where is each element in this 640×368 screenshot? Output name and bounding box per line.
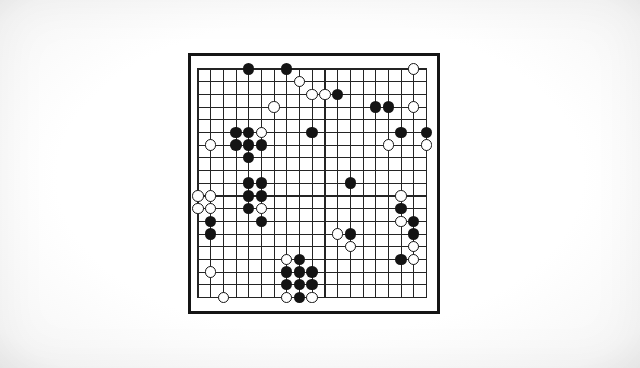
white-stone [205, 266, 216, 277]
black-stone [306, 266, 317, 277]
white-stone [395, 190, 406, 201]
white-stone [256, 203, 267, 214]
white-stone [332, 228, 343, 239]
black-stone [243, 63, 254, 74]
black-stone [281, 279, 292, 290]
black-stone [243, 190, 254, 201]
black-stone [256, 216, 267, 227]
white-stone [256, 127, 267, 138]
black-stone [395, 127, 406, 138]
black-stone [294, 279, 305, 290]
white-stone [408, 101, 419, 112]
stone-layer [192, 63, 433, 304]
black-stone [395, 203, 406, 214]
white-stone [408, 254, 419, 265]
black-stone [205, 216, 216, 227]
black-stone [408, 216, 419, 227]
white-stone [294, 76, 305, 87]
black-stone [306, 279, 317, 290]
black-stone [256, 139, 267, 150]
white-stone [281, 292, 292, 303]
white-stone [421, 139, 432, 150]
black-stone [243, 203, 254, 214]
white-stone [205, 190, 216, 201]
white-stone [306, 89, 317, 100]
black-stone [421, 127, 432, 138]
white-stone [395, 216, 406, 227]
white-stone [192, 190, 203, 201]
white-stone [281, 254, 292, 265]
black-stone [281, 63, 292, 74]
black-stone [256, 177, 267, 188]
white-stone [408, 63, 419, 74]
black-stone [345, 177, 356, 188]
white-stone [345, 241, 356, 252]
black-stone [243, 139, 254, 150]
white-stone [205, 139, 216, 150]
white-stone [319, 89, 330, 100]
white-stone [268, 101, 279, 112]
black-stone [294, 254, 305, 265]
black-stone [281, 266, 292, 277]
black-stone [294, 266, 305, 277]
go-board [188, 53, 440, 314]
black-stone [332, 89, 343, 100]
black-stone [205, 228, 216, 239]
black-stone [256, 190, 267, 201]
black-stone [294, 292, 305, 303]
black-stone [383, 101, 394, 112]
white-stone [205, 203, 216, 214]
white-stone [306, 292, 317, 303]
black-stone [345, 228, 356, 239]
white-stone [218, 292, 229, 303]
black-stone [408, 228, 419, 239]
white-stone [383, 139, 394, 150]
white-stone [192, 203, 203, 214]
black-stone [230, 127, 241, 138]
black-stone [243, 177, 254, 188]
black-stone [306, 127, 317, 138]
black-stone [243, 127, 254, 138]
white-stone [408, 241, 419, 252]
page-background [0, 0, 640, 368]
black-stone [370, 101, 381, 112]
black-stone [395, 254, 406, 265]
black-stone [243, 152, 254, 163]
black-stone [230, 139, 241, 150]
